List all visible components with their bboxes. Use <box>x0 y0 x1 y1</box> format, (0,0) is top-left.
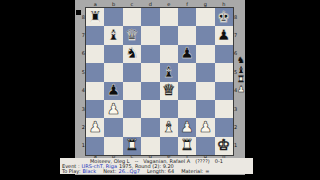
square-g6[interactable] <box>196 45 214 63</box>
square-h7[interactable]: ♟ <box>215 26 233 44</box>
material-label: Material: <box>181 169 203 174</box>
rank-label-4: 4 <box>82 82 85 100</box>
square-c6[interactable]: ♞ <box>123 45 141 63</box>
square-e1[interactable] <box>160 137 178 155</box>
square-a8[interactable]: ♜ <box>86 8 104 26</box>
next-move-label: Next: <box>103 169 116 174</box>
white-pawn-piece: ♟ <box>180 120 193 135</box>
rank-label-5: 5 <box>82 63 85 81</box>
rank-labels-left: 87654321 <box>79 8 85 155</box>
square-b7[interactable]: ♝ <box>104 26 122 44</box>
square-g3[interactable] <box>196 100 214 118</box>
square-f7[interactable] <box>178 26 196 44</box>
rank-label-8: 8 <box>82 8 85 26</box>
black-king-piece: ♚ <box>217 10 230 25</box>
rank-label-1: 1 <box>234 137 240 155</box>
square-b8[interactable] <box>104 8 122 26</box>
square-f6[interactable]: ♟ <box>178 45 196 63</box>
white-pawn-piece: ♟ <box>199 120 212 135</box>
square-c8[interactable] <box>123 8 141 26</box>
rank-label-7: 7 <box>234 26 240 44</box>
white-rook-piece: ♜ <box>125 138 138 153</box>
square-d2[interactable] <box>141 118 159 136</box>
black-pawn-piece: ♟ <box>107 83 120 98</box>
square-e4[interactable]: ♛ <box>160 82 178 100</box>
square-f1[interactable]: ♜ <box>178 137 196 155</box>
black-pawn-piece: ♟ <box>180 46 193 61</box>
black-bishop-piece: ♝ <box>162 65 175 80</box>
square-c3[interactable] <box>123 100 141 118</box>
square-h2[interactable] <box>215 118 233 136</box>
square-b1[interactable] <box>104 137 122 155</box>
square-d4[interactable] <box>141 82 159 100</box>
rank-label-1: 1 <box>82 137 85 155</box>
square-g2[interactable]: ♟ <box>196 118 214 136</box>
white-pawn-piece: ♟ <box>107 102 120 117</box>
square-g5[interactable] <box>196 63 214 81</box>
length-label: Length: <box>147 169 166 174</box>
square-g4[interactable] <box>196 82 214 100</box>
white-pawn-icon: ♟ <box>237 85 246 95</box>
white-queen-piece: ♛ <box>162 83 175 98</box>
rank-label-8: 8 <box>234 8 240 26</box>
square-a1[interactable] <box>86 137 104 155</box>
material-value: = <box>205 169 209 174</box>
square-f3[interactable] <box>178 100 196 118</box>
square-f8[interactable] <box>178 8 196 26</box>
square-e6[interactable] <box>160 45 178 63</box>
square-a4[interactable] <box>86 82 104 100</box>
white-pawn-piece: ♟ <box>88 120 101 135</box>
square-c2[interactable] <box>123 118 141 136</box>
square-h8[interactable]: ♚ <box>215 8 233 26</box>
square-c4[interactable] <box>123 82 141 100</box>
white-bishop-piece: ♝ <box>162 120 175 135</box>
square-g8[interactable] <box>196 8 214 26</box>
white-king-piece: ♚ <box>217 138 230 153</box>
rank-label-6: 6 <box>82 45 85 63</box>
to-play-label: To Play: <box>62 169 81 174</box>
length-value: 64 <box>168 169 174 174</box>
square-a3[interactable] <box>86 100 104 118</box>
square-b2[interactable] <box>104 118 122 136</box>
square-a7[interactable] <box>86 26 104 44</box>
square-e5[interactable]: ♝ <box>160 63 178 81</box>
square-f2[interactable]: ♟ <box>178 118 196 136</box>
square-d6[interactable] <box>141 45 159 63</box>
to-play-value: Black <box>83 169 97 174</box>
rank-label-3: 3 <box>82 100 85 118</box>
square-b5[interactable] <box>104 63 122 81</box>
black-rook-piece: ♜ <box>88 10 101 25</box>
square-b4[interactable]: ♟ <box>104 82 122 100</box>
rank-label-2: 2 <box>234 118 240 136</box>
next-move-value: 26...Qg7 <box>118 169 139 174</box>
rank-label-2: 2 <box>82 118 85 136</box>
square-d7[interactable] <box>141 26 159 44</box>
square-a2[interactable]: ♟ <box>86 118 104 136</box>
square-d3[interactable] <box>141 100 159 118</box>
square-c7[interactable]: ♛ <box>123 26 141 44</box>
square-h5[interactable] <box>215 63 233 81</box>
square-c1[interactable]: ♜ <box>123 137 141 155</box>
square-g1[interactable] <box>196 137 214 155</box>
square-b6[interactable] <box>104 45 122 63</box>
square-e2[interactable]: ♝ <box>160 118 178 136</box>
square-f5[interactable] <box>178 63 196 81</box>
status-line: To Play: Black Next: 26...Qg7 Length: 64… <box>60 169 255 174</box>
square-d5[interactable] <box>141 63 159 81</box>
square-h1[interactable]: ♚ <box>215 137 233 155</box>
square-e7[interactable] <box>160 26 178 44</box>
chess-board[interactable]: ♜♚♝♛♟♞♟♝♟♛♟♟♝♟♟♜♜♚ <box>86 8 233 155</box>
square-g7[interactable] <box>196 26 214 44</box>
material-imbalance-tray: ♞♝♜♟ <box>237 56 246 94</box>
rank-label-3: 3 <box>234 100 240 118</box>
rank-label-7: 7 <box>82 26 85 44</box>
square-b3[interactable]: ♟ <box>104 100 122 118</box>
square-e3[interactable] <box>160 100 178 118</box>
square-a6[interactable] <box>86 45 104 63</box>
black-queen-piece: ♛ <box>125 28 138 43</box>
square-h3[interactable] <box>215 100 233 118</box>
black-knight-piece: ♞ <box>125 46 138 61</box>
game-info-panel: Moiseev, Oleg L -- Vaganian, Rafael A (?… <box>60 158 253 174</box>
square-h6[interactable] <box>215 45 233 63</box>
square-c5[interactable] <box>123 63 141 81</box>
square-h4[interactable] <box>215 82 233 100</box>
black-bishop-piece: ♝ <box>107 28 120 43</box>
square-e8[interactable] <box>160 8 178 26</box>
square-d1[interactable] <box>141 137 159 155</box>
white-rook-piece: ♜ <box>180 138 193 153</box>
square-a5[interactable] <box>86 63 104 81</box>
square-d8[interactable] <box>141 8 159 26</box>
black-pawn-piece: ♟ <box>217 28 230 43</box>
square-f4[interactable] <box>178 82 196 100</box>
